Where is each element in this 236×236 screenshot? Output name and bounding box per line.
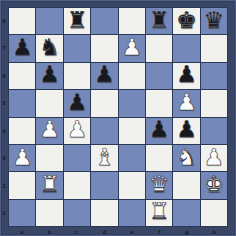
black-king[interactable]: ♚: [176, 9, 197, 32]
square-a6[interactable]: [9, 63, 35, 89]
square-c2[interactable]: [64, 172, 90, 198]
square-c5[interactable]: ♟: [64, 90, 90, 116]
square-h2[interactable]: ♚: [201, 172, 227, 198]
square-f7[interactable]: [146, 35, 172, 61]
black-pawn[interactable]: ♟: [94, 63, 115, 86]
square-d2[interactable]: [91, 172, 117, 198]
square-b1[interactable]: [36, 200, 62, 226]
square-g6[interactable]: ♟: [173, 63, 199, 89]
white-rook[interactable]: ♜: [149, 200, 170, 223]
square-c8[interactable]: ♜: [64, 8, 90, 34]
square-c7[interactable]: [64, 35, 90, 61]
square-g8[interactable]: ♚: [173, 8, 199, 34]
square-e7[interactable]: ♟: [119, 35, 145, 61]
square-g5[interactable]: ♟: [173, 90, 199, 116]
black-pawn[interactable]: ♟: [39, 63, 60, 86]
rank-label-7: 7: [0, 46, 8, 51]
square-f4[interactable]: ♟: [146, 118, 172, 144]
white-pawn[interactable]: ♟: [12, 146, 33, 169]
square-b8[interactable]: [36, 8, 62, 34]
square-a3[interactable]: ♟: [9, 145, 35, 171]
square-b7[interactable]: ♞: [36, 35, 62, 61]
white-pawn[interactable]: ♟: [204, 146, 225, 169]
square-e4[interactable]: [119, 118, 145, 144]
square-d3[interactable]: ♝: [91, 145, 117, 171]
square-c3[interactable]: [64, 145, 90, 171]
square-g7[interactable]: [173, 35, 199, 61]
white-queen[interactable]: ♛: [149, 173, 170, 196]
white-bishop[interactable]: ♝: [94, 146, 115, 169]
square-f5[interactable]: [146, 90, 172, 116]
file-label-a: a: [8, 229, 36, 235]
file-label-c: c: [63, 229, 91, 235]
square-e2[interactable]: [119, 172, 145, 198]
white-pawn[interactable]: ♟: [176, 91, 197, 114]
square-b6[interactable]: ♟: [36, 63, 62, 89]
square-e5[interactable]: [119, 90, 145, 116]
black-queen[interactable]: ♛: [204, 9, 225, 32]
chess-board: ♜♜♚♛♟♞♟♟♟♟♟♟♟♟♟♟♟♝♞♟♜♛♚♜: [8, 7, 228, 227]
square-h1[interactable]: [201, 200, 227, 226]
rank-label-8: 8: [0, 19, 8, 24]
square-e8[interactable]: [119, 8, 145, 34]
black-pawn[interactable]: ♟: [67, 91, 88, 114]
square-b4[interactable]: ♟: [36, 118, 62, 144]
square-d4[interactable]: [91, 118, 117, 144]
file-label-g: g: [173, 229, 201, 235]
square-h6[interactable]: [201, 63, 227, 89]
square-f6[interactable]: [146, 63, 172, 89]
square-h4[interactable]: [201, 118, 227, 144]
white-pawn[interactable]: ♟: [39, 118, 60, 141]
square-b3[interactable]: [36, 145, 62, 171]
square-d6[interactable]: ♟: [91, 63, 117, 89]
square-a2[interactable]: [9, 172, 35, 198]
file-label-b: b: [36, 229, 64, 235]
white-knight[interactable]: ♞: [176, 146, 197, 169]
square-a5[interactable]: [9, 90, 35, 116]
square-b5[interactable]: [36, 90, 62, 116]
square-f2[interactable]: ♛: [146, 172, 172, 198]
square-f3[interactable]: [146, 145, 172, 171]
file-label-h: h: [201, 229, 229, 235]
rank-label-2: 2: [0, 184, 8, 189]
black-pawn[interactable]: ♟: [12, 36, 33, 59]
square-d5[interactable]: [91, 90, 117, 116]
square-d1[interactable]: [91, 200, 117, 226]
white-pawn[interactable]: ♟: [67, 118, 88, 141]
file-label-e: e: [118, 229, 146, 235]
square-c6[interactable]: [64, 63, 90, 89]
square-d8[interactable]: [91, 8, 117, 34]
square-g3[interactable]: ♞: [173, 145, 199, 171]
rank-label-4: 4: [0, 129, 8, 134]
square-g4[interactable]: ♟: [173, 118, 199, 144]
white-rook[interactable]: ♜: [39, 173, 60, 196]
square-a7[interactable]: ♟: [9, 35, 35, 61]
square-h5[interactable]: [201, 90, 227, 116]
square-f1[interactable]: ♜: [146, 200, 172, 226]
rank-label-3: 3: [0, 156, 8, 161]
black-pawn[interactable]: ♟: [176, 63, 197, 86]
square-h7[interactable]: [201, 35, 227, 61]
black-knight[interactable]: ♞: [39, 36, 60, 59]
square-h8[interactable]: ♛: [201, 8, 227, 34]
square-b2[interactable]: ♜: [36, 172, 62, 198]
square-a4[interactable]: [9, 118, 35, 144]
square-a8[interactable]: [9, 8, 35, 34]
rank-label-5: 5: [0, 101, 8, 106]
square-h3[interactable]: ♟: [201, 145, 227, 171]
rank-label-1: 1: [0, 211, 8, 216]
square-d7[interactable]: [91, 35, 117, 61]
black-pawn[interactable]: ♟: [149, 118, 170, 141]
square-e6[interactable]: [119, 63, 145, 89]
square-g1[interactable]: [173, 200, 199, 226]
square-e1[interactable]: [119, 200, 145, 226]
rank-label-6: 6: [0, 74, 8, 79]
black-pawn[interactable]: ♟: [176, 118, 197, 141]
square-c1[interactable]: [64, 200, 90, 226]
file-label-f: f: [146, 229, 174, 235]
chess-board-frame: ♜♜♚♛♟♞♟♟♟♟♟♟♟♟♟♟♟♝♞♟♜♛♚♜ 87654321abcdefg…: [0, 0, 236, 236]
black-rook[interactable]: ♜: [67, 9, 88, 32]
square-f8[interactable]: ♜: [146, 8, 172, 34]
black-rook[interactable]: ♜: [149, 9, 170, 32]
file-label-d: d: [91, 229, 119, 235]
square-g2[interactable]: [173, 172, 199, 198]
square-a1[interactable]: [9, 200, 35, 226]
white-pawn[interactable]: ♟: [121, 36, 142, 59]
white-king[interactable]: ♚: [204, 173, 225, 196]
square-c4[interactable]: ♟: [64, 118, 90, 144]
square-e3[interactable]: [119, 145, 145, 171]
